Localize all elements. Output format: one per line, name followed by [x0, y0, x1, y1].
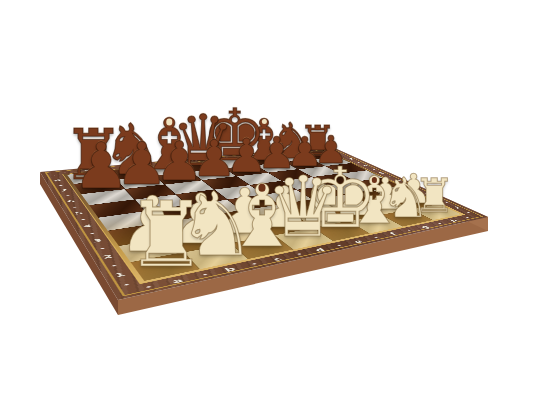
bishop-finial-tip: [258, 184, 266, 192]
piece-white-rook-a1: ♜: [126, 190, 207, 281]
pieces-layer: ♜♞♝♛♚♝♞♜♟♟♟♟♟♟♟♟♟♟♟♟♟♟♟♟♜♞♝♛♚♝♞♜: [0, 0, 533, 412]
bishop-finial-tip: [166, 119, 172, 125]
chess-set-photo: aabbccddeeffgghh1122334455667788 ♜♞♝♛♚♝♞…: [0, 0, 533, 412]
